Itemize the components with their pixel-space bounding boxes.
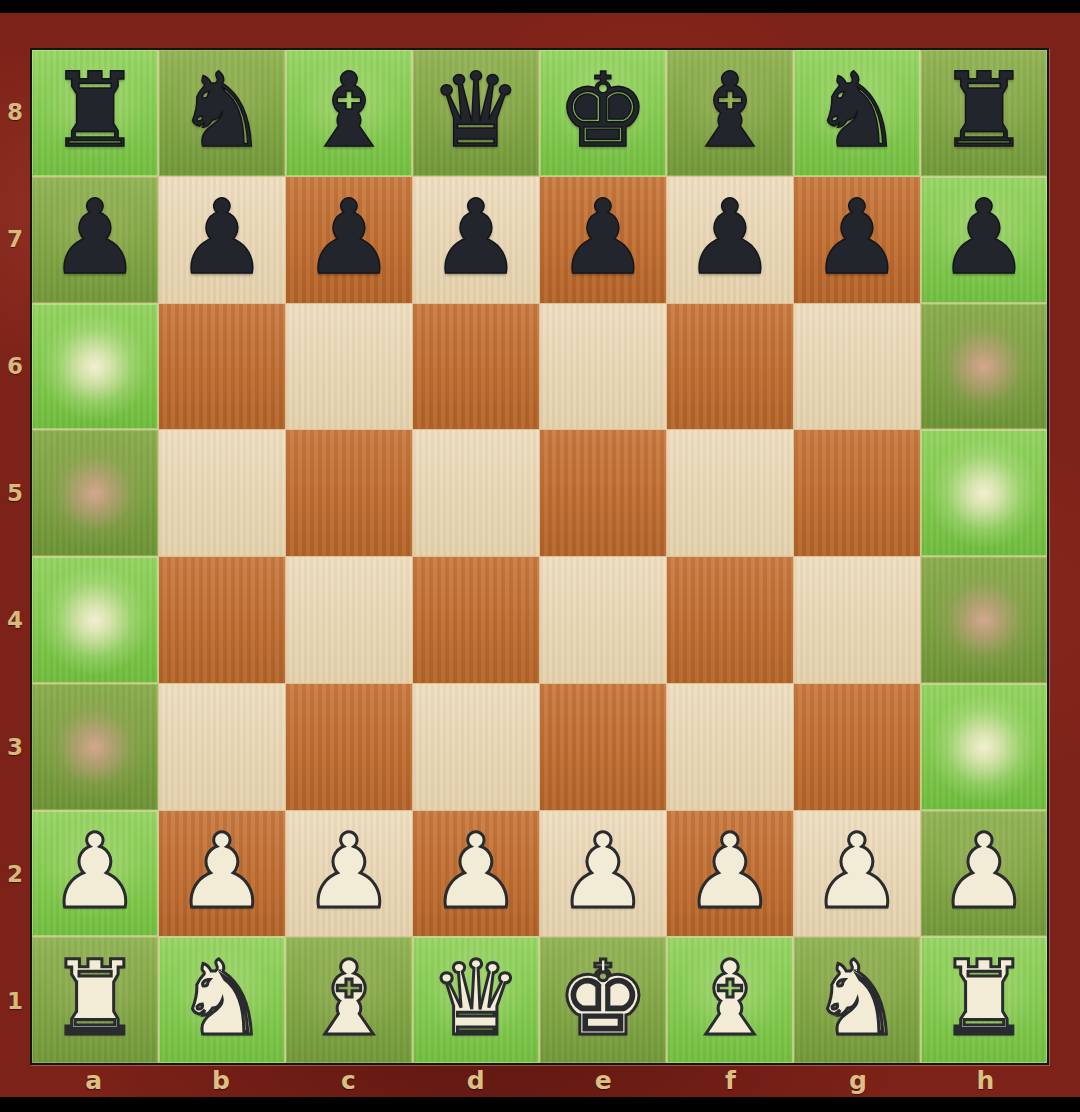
file-label-f: f [667, 1066, 794, 1095]
square-g7[interactable]: ♟ [794, 177, 920, 303]
piece-black-rook[interactable]: ♜ [921, 50, 1047, 176]
square-d2[interactable]: ♟ [413, 811, 539, 937]
square-a5[interactable] [32, 430, 158, 556]
piece-white-bishop[interactable]: ♝ [286, 937, 412, 1063]
square-f2[interactable]: ♟ [667, 811, 793, 937]
square-h6[interactable] [921, 304, 1047, 430]
square-b1[interactable]: ♞ [159, 937, 285, 1063]
letterbox-bottom [0, 1097, 1080, 1112]
file-label-h: h [922, 1066, 1049, 1095]
file-label-d: d [412, 1066, 539, 1095]
piece-white-knight[interactable]: ♞ [159, 937, 285, 1063]
rank-label-6: 6 [0, 302, 30, 429]
square-e2[interactable]: ♟ [540, 811, 666, 937]
square-d7[interactable]: ♟ [413, 177, 539, 303]
square-f8[interactable]: ♝ [667, 50, 793, 176]
square-d5[interactable] [413, 430, 539, 556]
square-e4[interactable] [540, 557, 666, 683]
square-d4[interactable] [413, 557, 539, 683]
file-label-g: g [794, 1066, 921, 1095]
square-a6[interactable] [32, 304, 158, 430]
piece-white-pawn[interactable]: ♟ [159, 811, 285, 937]
square-d6[interactable] [413, 304, 539, 430]
letterbox-top [0, 0, 1080, 13]
piece-black-pawn[interactable]: ♟ [667, 177, 793, 303]
rank-label-1: 1 [0, 938, 30, 1065]
square-b3[interactable] [159, 684, 285, 810]
square-a1[interactable]: ♜ [32, 937, 158, 1063]
file-label-e: e [540, 1066, 667, 1095]
chess-board: ♜♞♝♛♚♝♞♜♟♟♟♟♟♟♟♟♟♟♟♟♟♟♟♟♜♞♝♛♚♝♞♜ [30, 48, 1049, 1065]
square-c5[interactable] [286, 430, 412, 556]
square-a8[interactable]: ♜ [32, 50, 158, 176]
square-f6[interactable] [667, 304, 793, 430]
square-d1[interactable]: ♛ [413, 937, 539, 1063]
rank-label-8: 8 [0, 48, 30, 175]
square-c7[interactable]: ♟ [286, 177, 412, 303]
square-e5[interactable] [540, 430, 666, 556]
square-h3[interactable] [921, 684, 1047, 810]
piece-black-queen[interactable]: ♛ [413, 50, 539, 176]
square-d3[interactable] [413, 684, 539, 810]
rank-label-3: 3 [0, 684, 30, 811]
piece-black-pawn[interactable]: ♟ [32, 177, 158, 303]
piece-black-pawn[interactable]: ♟ [286, 177, 412, 303]
square-h7[interactable]: ♟ [921, 177, 1047, 303]
square-e6[interactable] [540, 304, 666, 430]
piece-white-king[interactable]: ♚ [540, 937, 666, 1063]
rank-label-7: 7 [0, 175, 30, 302]
piece-black-knight[interactable]: ♞ [794, 50, 920, 176]
square-g8[interactable]: ♞ [794, 50, 920, 176]
square-a2[interactable]: ♟ [32, 811, 158, 937]
square-a7[interactable]: ♟ [32, 177, 158, 303]
piece-black-rook[interactable]: ♜ [32, 50, 158, 176]
rank-label-5: 5 [0, 429, 30, 556]
square-d8[interactable]: ♛ [413, 50, 539, 176]
square-h4[interactable] [921, 557, 1047, 683]
square-f4[interactable] [667, 557, 793, 683]
square-a4[interactable] [32, 557, 158, 683]
piece-white-rook[interactable]: ♜ [921, 937, 1047, 1063]
square-b8[interactable]: ♞ [159, 50, 285, 176]
square-g1[interactable]: ♞ [794, 937, 920, 1063]
piece-black-king[interactable]: ♚ [540, 50, 666, 176]
piece-white-queen[interactable]: ♛ [413, 937, 539, 1063]
file-label-c: c [285, 1066, 412, 1095]
piece-white-knight[interactable]: ♞ [794, 937, 920, 1063]
square-e1[interactable]: ♚ [540, 937, 666, 1063]
square-c8[interactable]: ♝ [286, 50, 412, 176]
square-g4[interactable] [794, 557, 920, 683]
piece-black-bishop[interactable]: ♝ [286, 50, 412, 176]
file-label-a: a [30, 1066, 157, 1095]
square-h2[interactable]: ♟ [921, 811, 1047, 937]
piece-white-pawn[interactable]: ♟ [540, 811, 666, 937]
square-e3[interactable] [540, 684, 666, 810]
piece-black-knight[interactable]: ♞ [159, 50, 285, 176]
square-c6[interactable] [286, 304, 412, 430]
square-c2[interactable]: ♟ [286, 811, 412, 937]
file-labels: abcdefgh [30, 1066, 1049, 1095]
square-g2[interactable]: ♟ [794, 811, 920, 937]
square-f1[interactable]: ♝ [667, 937, 793, 1063]
square-c1[interactable]: ♝ [286, 937, 412, 1063]
square-h1[interactable]: ♜ [921, 937, 1047, 1063]
piece-white-pawn[interactable]: ♟ [286, 811, 412, 937]
rank-label-2: 2 [0, 811, 30, 938]
square-b7[interactable]: ♟ [159, 177, 285, 303]
piece-black-pawn[interactable]: ♟ [921, 177, 1047, 303]
square-h5[interactable] [921, 430, 1047, 556]
square-b5[interactable] [159, 430, 285, 556]
square-g5[interactable] [794, 430, 920, 556]
piece-white-pawn[interactable]: ♟ [794, 811, 920, 937]
square-c4[interactable] [286, 557, 412, 683]
square-h8[interactable]: ♜ [921, 50, 1047, 176]
piece-black-bishop[interactable]: ♝ [667, 50, 793, 176]
square-f3[interactable] [667, 684, 793, 810]
piece-white-pawn[interactable]: ♟ [32, 811, 158, 937]
piece-black-pawn[interactable]: ♟ [794, 177, 920, 303]
piece-white-rook[interactable]: ♜ [32, 937, 158, 1063]
square-c3[interactable] [286, 684, 412, 810]
square-g6[interactable] [794, 304, 920, 430]
piece-black-pawn[interactable]: ♟ [413, 177, 539, 303]
square-a3[interactable] [32, 684, 158, 810]
file-label-b: b [157, 1066, 284, 1095]
square-e8[interactable]: ♚ [540, 50, 666, 176]
piece-white-pawn[interactable]: ♟ [413, 811, 539, 937]
piece-white-bishop[interactable]: ♝ [667, 937, 793, 1063]
rank-label-4: 4 [0, 557, 30, 684]
piece-white-pawn[interactable]: ♟ [667, 811, 793, 937]
square-b2[interactable]: ♟ [159, 811, 285, 937]
square-f5[interactable] [667, 430, 793, 556]
piece-black-pawn[interactable]: ♟ [540, 177, 666, 303]
square-g3[interactable] [794, 684, 920, 810]
square-b4[interactable] [159, 557, 285, 683]
square-b6[interactable] [159, 304, 285, 430]
square-e7[interactable]: ♟ [540, 177, 666, 303]
rank-labels: 87654321 [0, 48, 30, 1065]
piece-black-pawn[interactable]: ♟ [159, 177, 285, 303]
piece-white-pawn[interactable]: ♟ [921, 811, 1047, 937]
square-f7[interactable]: ♟ [667, 177, 793, 303]
